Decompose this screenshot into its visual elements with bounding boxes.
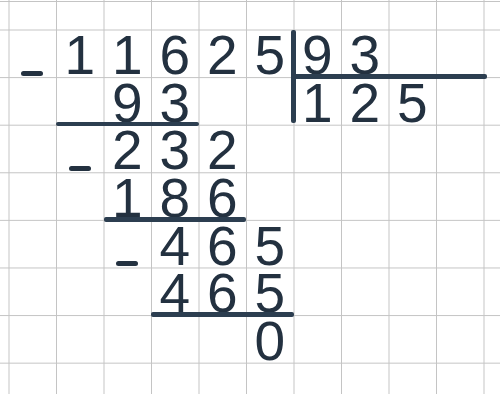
digit-cell: 9	[104, 77, 152, 125]
digit-cell: 8	[151, 172, 199, 220]
digit-cell: 0	[246, 315, 294, 363]
subtraction-underline	[104, 217, 247, 222]
digit-cell: 3	[151, 77, 199, 125]
minus-sign	[116, 261, 138, 266]
digit-cell: 6	[199, 172, 247, 220]
digit-cell: 1	[294, 77, 342, 125]
digit-cell: 2	[199, 30, 247, 78]
digit-cell: 5	[246, 268, 294, 316]
divisor-underline	[294, 74, 487, 79]
digit-cell: 4	[151, 268, 199, 316]
digit-cell: 6	[199, 220, 247, 268]
digit-cell: 3	[341, 30, 389, 78]
digit-cell: 2	[199, 125, 247, 173]
minus-sign	[21, 71, 43, 76]
minus-sign	[69, 166, 91, 171]
subtraction-underline	[56, 122, 199, 127]
digit-cell: 6	[199, 268, 247, 316]
squared-paper-sheet: 1162593931252321864654650	[0, 0, 500, 394]
digit-cell: 1	[56, 30, 104, 78]
digit-cell: 5	[246, 30, 294, 78]
grid-top-edge-line	[0, 1, 500, 2]
digit-cell: 9	[294, 30, 342, 78]
digit-cell: 6	[151, 30, 199, 78]
digit-cell: 2	[341, 77, 389, 125]
digit-cell: 4	[151, 220, 199, 268]
digit-cell: 1	[104, 172, 152, 220]
digit-cell: 5	[246, 220, 294, 268]
subtraction-underline	[151, 312, 294, 317]
digit-cell: 2	[104, 125, 152, 173]
digit-cell: 1	[104, 30, 152, 78]
digit-cell: 5	[389, 77, 437, 125]
digit-cell: 3	[151, 125, 199, 173]
